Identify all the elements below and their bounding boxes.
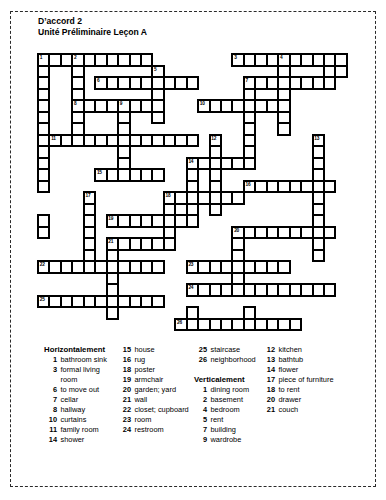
grid-cell[interactable]: 4 bbox=[278, 54, 289, 66]
blocked-cell bbox=[255, 169, 266, 181]
grid-cell[interactable] bbox=[198, 284, 209, 296]
grid-cell[interactable] bbox=[38, 181, 49, 193]
grid-cell[interactable]: 8 bbox=[72, 100, 83, 112]
grid-cell[interactable] bbox=[198, 192, 209, 204]
clue-item: 17piece of furniture bbox=[262, 375, 336, 385]
grid-cell[interactable] bbox=[130, 77, 141, 89]
blocked-cell bbox=[130, 66, 141, 78]
grid-cell[interactable] bbox=[141, 135, 152, 147]
blocked-cell bbox=[187, 89, 198, 101]
grid-cell[interactable] bbox=[61, 261, 72, 273]
blocked-cell bbox=[49, 66, 60, 78]
grid-cell[interactable] bbox=[107, 296, 118, 308]
grid-cell[interactable] bbox=[118, 215, 129, 227]
grid-cell[interactable]: 14 bbox=[187, 158, 198, 170]
clue-item: 14shower bbox=[44, 435, 118, 445]
grid-cell[interactable] bbox=[187, 307, 198, 319]
grid-cell[interactable] bbox=[130, 135, 141, 147]
grid-cell[interactable] bbox=[141, 169, 152, 181]
grid-cell[interactable] bbox=[38, 227, 49, 239]
grid-cell[interactable]: 20 bbox=[232, 227, 243, 239]
grid-cell[interactable] bbox=[278, 100, 289, 112]
grid-cell[interactable] bbox=[152, 238, 163, 250]
blocked-cell bbox=[49, 227, 60, 239]
grid-cell[interactable] bbox=[130, 100, 141, 112]
clue-item-text: basement bbox=[211, 395, 261, 405]
grid-cell[interactable] bbox=[141, 296, 152, 308]
grid-cell[interactable] bbox=[210, 100, 221, 112]
grid-cell[interactable] bbox=[267, 284, 278, 296]
grid-cell[interactable] bbox=[255, 181, 266, 193]
grid-cell[interactable]: 12 bbox=[210, 135, 221, 147]
grid-cell[interactable] bbox=[141, 54, 152, 66]
grid-cell[interactable] bbox=[130, 169, 141, 181]
grid-cell[interactable]: 26 bbox=[175, 319, 186, 331]
grid-cell[interactable] bbox=[175, 192, 186, 204]
grid-cell[interactable] bbox=[232, 192, 243, 204]
grid-cell[interactable] bbox=[244, 135, 255, 147]
grid-cell[interactable] bbox=[164, 227, 175, 239]
blocked-cell bbox=[107, 89, 118, 101]
blocked-cell bbox=[335, 123, 346, 135]
grid-cell[interactable] bbox=[244, 123, 255, 135]
grid-cell[interactable] bbox=[313, 204, 324, 216]
blocked-cell bbox=[72, 227, 83, 239]
grid-cell[interactable]: 18 bbox=[164, 192, 175, 204]
grid-cell[interactable] bbox=[324, 77, 335, 89]
blocked-cell bbox=[255, 192, 266, 204]
grid-cell[interactable] bbox=[84, 227, 95, 239]
blocked-cell bbox=[84, 169, 95, 181]
grid-cell[interactable] bbox=[72, 296, 83, 308]
grid-cell[interactable] bbox=[324, 227, 335, 239]
grid-cell[interactable] bbox=[187, 77, 198, 89]
grid-cell[interactable] bbox=[267, 181, 278, 193]
grid-cell[interactable]: 2 bbox=[72, 54, 83, 66]
blocked-cell bbox=[141, 123, 152, 135]
grid-cell[interactable] bbox=[290, 227, 301, 239]
grid-cell[interactable] bbox=[72, 77, 83, 89]
blocked-cell bbox=[335, 284, 346, 296]
blocked-cell bbox=[84, 273, 95, 285]
grid-cell[interactable] bbox=[107, 135, 118, 147]
grid-cell[interactable] bbox=[38, 158, 49, 170]
grid-cell[interactable] bbox=[38, 112, 49, 124]
blocked-cell bbox=[72, 158, 83, 170]
grid-cell[interactable] bbox=[313, 227, 324, 239]
grid-cell[interactable] bbox=[255, 284, 266, 296]
grid-cell[interactable] bbox=[118, 146, 129, 158]
grid-cell[interactable] bbox=[130, 54, 141, 66]
grid-cell[interactable] bbox=[164, 204, 175, 216]
grid-cell[interactable] bbox=[313, 158, 324, 170]
grid-cell[interactable]: 23 bbox=[187, 261, 198, 273]
grid-cell[interactable] bbox=[175, 77, 186, 89]
grid-cell[interactable] bbox=[61, 135, 72, 147]
grid-cell[interactable] bbox=[210, 181, 221, 193]
grid-cell[interactable] bbox=[290, 181, 301, 193]
grid-cell[interactable] bbox=[210, 192, 221, 204]
grid-cell[interactable] bbox=[118, 296, 129, 308]
grid-cell[interactable] bbox=[38, 146, 49, 158]
grid-cell[interactable] bbox=[255, 100, 266, 112]
grid-cell[interactable] bbox=[72, 66, 83, 78]
grid-cell[interactable] bbox=[84, 135, 95, 147]
blocked-cell bbox=[290, 238, 301, 250]
blocked-cell bbox=[290, 204, 301, 216]
blocked-cell bbox=[301, 100, 312, 112]
grid-cell[interactable] bbox=[49, 261, 60, 273]
grid-cell[interactable] bbox=[84, 261, 95, 273]
grid-cell[interactable] bbox=[187, 204, 198, 216]
grid-cell[interactable] bbox=[244, 319, 255, 331]
grid-cell[interactable] bbox=[38, 66, 49, 78]
grid-cell[interactable] bbox=[267, 261, 278, 273]
grid-cell[interactable] bbox=[255, 227, 266, 239]
blocked-cell bbox=[164, 284, 175, 296]
grid-cell[interactable] bbox=[130, 215, 141, 227]
grid-cell[interactable] bbox=[118, 261, 129, 273]
blocked-cell bbox=[61, 238, 72, 250]
grid-cell[interactable] bbox=[232, 100, 243, 112]
clue-item-number: 21 bbox=[262, 405, 275, 415]
grid-cell[interactable] bbox=[152, 261, 163, 273]
blocked-cell bbox=[49, 284, 60, 296]
grid-cell[interactable]: 21 bbox=[107, 238, 118, 250]
clue-item-text: kitchen bbox=[279, 345, 337, 355]
grid-cell[interactable] bbox=[232, 284, 243, 296]
grid-cell[interactable] bbox=[244, 227, 255, 239]
grid-cell[interactable] bbox=[38, 215, 49, 227]
grid-cell[interactable] bbox=[232, 273, 243, 285]
grid-cell[interactable] bbox=[187, 169, 198, 181]
grid-cell[interactable] bbox=[324, 181, 335, 193]
grid-cell[interactable] bbox=[72, 261, 83, 273]
grid-cell[interactable] bbox=[232, 158, 243, 170]
grid-cell[interactable] bbox=[313, 284, 324, 296]
grid-cell[interactable] bbox=[107, 169, 118, 181]
grid-cell[interactable] bbox=[313, 54, 324, 66]
grid-cell[interactable] bbox=[244, 100, 255, 112]
grid-cell[interactable]: 11 bbox=[49, 135, 60, 147]
grid-cell[interactable] bbox=[152, 135, 163, 147]
grid-cell[interactable] bbox=[313, 192, 324, 204]
blocked-cell bbox=[49, 146, 60, 158]
grid-cell[interactable] bbox=[95, 296, 106, 308]
grid-cell[interactable] bbox=[278, 89, 289, 101]
clue-item-number: 16 bbox=[118, 355, 131, 365]
grid-cell[interactable]: 5 bbox=[152, 66, 163, 78]
grid-cell[interactable] bbox=[267, 100, 278, 112]
grid-cell[interactable] bbox=[290, 284, 301, 296]
grid-cell[interactable] bbox=[107, 77, 118, 89]
grid-cell[interactable] bbox=[301, 54, 312, 66]
grid-cell[interactable] bbox=[118, 123, 129, 135]
grid-cell[interactable] bbox=[267, 319, 278, 331]
clue-item-text: closet; cupboard bbox=[135, 405, 191, 415]
grid-cell[interactable] bbox=[107, 261, 118, 273]
grid-cell[interactable] bbox=[278, 66, 289, 78]
blocked-cell bbox=[95, 158, 106, 170]
grid-cell[interactable] bbox=[118, 54, 129, 66]
grid-cell[interactable] bbox=[221, 284, 232, 296]
clue-item-number: 14 bbox=[44, 435, 57, 445]
grid-cell[interactable] bbox=[38, 123, 49, 135]
grid-cell[interactable] bbox=[232, 238, 243, 250]
grid-cell[interactable] bbox=[221, 192, 232, 204]
grid-cell[interactable]: 3 bbox=[232, 54, 243, 66]
blocked-cell bbox=[301, 169, 312, 181]
grid-cell[interactable]: 24 bbox=[187, 284, 198, 296]
grid-cell[interactable] bbox=[72, 112, 83, 124]
grid-cell[interactable] bbox=[141, 77, 152, 89]
grid-cell[interactable] bbox=[38, 100, 49, 112]
blocked-cell bbox=[61, 77, 72, 89]
grid-cell[interactable] bbox=[38, 135, 49, 147]
grid-cell[interactable] bbox=[72, 89, 83, 101]
grid-cell[interactable] bbox=[107, 307, 118, 319]
grid-cell[interactable]: 10 bbox=[198, 100, 209, 112]
grid-cell[interactable] bbox=[255, 54, 266, 66]
grid-cell[interactable] bbox=[61, 296, 72, 308]
grid-cell[interactable] bbox=[49, 296, 60, 308]
clue-number: 25 bbox=[40, 297, 45, 302]
grid-cell[interactable] bbox=[290, 54, 301, 66]
grid-cell[interactable] bbox=[210, 284, 221, 296]
grid-cell[interactable]: 9 bbox=[118, 100, 129, 112]
grid-cell[interactable] bbox=[84, 296, 95, 308]
grid-cell[interactable] bbox=[49, 54, 60, 66]
grid-cell[interactable] bbox=[255, 261, 266, 273]
blocked-cell bbox=[324, 261, 335, 273]
grid-cell[interactable] bbox=[84, 238, 95, 250]
grid-cell[interactable] bbox=[95, 261, 106, 273]
grid-cell[interactable]: 19 bbox=[107, 215, 118, 227]
grid-cell[interactable] bbox=[118, 169, 129, 181]
grid-cell[interactable] bbox=[221, 100, 232, 112]
grid-cell[interactable] bbox=[313, 215, 324, 227]
blocked-cell bbox=[290, 261, 301, 273]
grid-cell[interactable] bbox=[152, 89, 163, 101]
grid-cell[interactable] bbox=[301, 284, 312, 296]
grid-cell[interactable]: 16 bbox=[244, 181, 255, 193]
clue-item-text: cellar bbox=[61, 395, 119, 405]
blocked-cell bbox=[38, 192, 49, 204]
grid-cell[interactable] bbox=[267, 54, 278, 66]
grid-cell[interactable] bbox=[152, 100, 163, 112]
grid-cell[interactable] bbox=[267, 77, 278, 89]
grid-cell[interactable] bbox=[313, 169, 324, 181]
grid-cell[interactable] bbox=[210, 261, 221, 273]
grid-cell[interactable] bbox=[141, 238, 152, 250]
grid-cell[interactable] bbox=[141, 215, 152, 227]
grid-cell[interactable] bbox=[313, 146, 324, 158]
grid-cell[interactable] bbox=[278, 261, 289, 273]
grid-cell[interactable] bbox=[244, 261, 255, 273]
grid-cell[interactable] bbox=[244, 146, 255, 158]
grid-cell[interactable] bbox=[244, 158, 255, 170]
blocked-cell bbox=[278, 169, 289, 181]
grid-cell[interactable] bbox=[38, 89, 49, 101]
grid-cell[interactable] bbox=[107, 284, 118, 296]
grid-cell[interactable] bbox=[118, 77, 129, 89]
grid-cell[interactable] bbox=[164, 135, 175, 147]
grid-cell[interactable] bbox=[61, 54, 72, 66]
grid-cell[interactable] bbox=[164, 77, 175, 89]
blocked-cell bbox=[49, 307, 60, 319]
grid-cell[interactable] bbox=[290, 77, 301, 89]
grid-cell[interactable] bbox=[255, 77, 266, 89]
blocked-cell bbox=[244, 296, 255, 308]
grid-cell[interactable] bbox=[152, 169, 163, 181]
grid-cell[interactable] bbox=[84, 215, 95, 227]
grid-cell[interactable] bbox=[335, 66, 346, 78]
grid-cell[interactable] bbox=[72, 123, 83, 135]
grid-cell[interactable] bbox=[232, 319, 243, 331]
grid-cell[interactable] bbox=[107, 100, 118, 112]
grid-cell[interactable] bbox=[84, 250, 95, 262]
grid-cell[interactable] bbox=[107, 54, 118, 66]
blocked-cell bbox=[130, 158, 141, 170]
grid-cell[interactable] bbox=[198, 158, 209, 170]
blocked-cell bbox=[164, 319, 175, 331]
grid-cell[interactable] bbox=[118, 158, 129, 170]
grid-cell[interactable] bbox=[84, 100, 95, 112]
clue-item: 20garden; yard bbox=[118, 385, 190, 395]
grid-cell[interactable] bbox=[130, 238, 141, 250]
grid-cell[interactable] bbox=[313, 250, 324, 262]
grid-cell[interactable] bbox=[84, 204, 95, 216]
grid-cell[interactable] bbox=[313, 181, 324, 193]
grid-cell[interactable] bbox=[198, 261, 209, 273]
grid-cell[interactable] bbox=[221, 319, 232, 331]
grid-cell[interactable] bbox=[244, 54, 255, 66]
blocked-cell bbox=[61, 89, 72, 101]
blocked-cell bbox=[221, 227, 232, 239]
grid-cell[interactable] bbox=[244, 284, 255, 296]
grid-cell[interactable] bbox=[187, 135, 198, 147]
blocked-cell bbox=[221, 54, 232, 66]
grid-cell[interactable] bbox=[72, 135, 83, 147]
blocked-cell bbox=[152, 319, 163, 331]
blocked-cell bbox=[130, 250, 141, 262]
blocked-cell bbox=[152, 158, 163, 170]
grid-cell[interactable] bbox=[290, 319, 301, 331]
grid-cell[interactable] bbox=[278, 319, 289, 331]
grid-cell[interactable] bbox=[221, 261, 232, 273]
grid-cell[interactable] bbox=[107, 250, 118, 262]
grid-cell[interactable] bbox=[187, 215, 198, 227]
grid-cell[interactable] bbox=[84, 54, 95, 66]
grid-cell[interactable] bbox=[175, 215, 186, 227]
clue-number: 4 bbox=[280, 55, 282, 60]
clue-number: 10 bbox=[200, 101, 205, 106]
grid-cell[interactable] bbox=[118, 238, 129, 250]
grid-cell[interactable] bbox=[95, 135, 106, 147]
grid-cell[interactable] bbox=[232, 261, 243, 273]
grid-cell[interactable] bbox=[301, 181, 312, 193]
grid-cell[interactable] bbox=[164, 215, 175, 227]
blocked-cell bbox=[107, 123, 118, 135]
grid-cell[interactable] bbox=[255, 319, 266, 331]
grid-cell[interactable] bbox=[118, 112, 129, 124]
grid-cell[interactable] bbox=[244, 89, 255, 101]
grid-cell[interactable] bbox=[278, 112, 289, 124]
grid-cell[interactable] bbox=[335, 54, 346, 66]
grid-cell[interactable]: 17 bbox=[84, 192, 95, 204]
grid-cell[interactable] bbox=[198, 319, 209, 331]
grid-cell[interactable] bbox=[278, 181, 289, 193]
grid-cell[interactable] bbox=[313, 77, 324, 89]
blocked-cell bbox=[232, 181, 243, 193]
grid-cell[interactable] bbox=[244, 112, 255, 124]
grid-cell[interactable] bbox=[244, 307, 255, 319]
grid-cell[interactable]: 13 bbox=[313, 135, 324, 147]
grid-cell[interactable] bbox=[278, 227, 289, 239]
grid-cell[interactable] bbox=[278, 123, 289, 135]
grid-cell[interactable] bbox=[130, 296, 141, 308]
grid-cell[interactable] bbox=[95, 54, 106, 66]
grid-cell[interactable]: 22 bbox=[38, 261, 49, 273]
grid-cell[interactable] bbox=[313, 238, 324, 250]
grid-cell[interactable] bbox=[95, 100, 106, 112]
blocked-cell bbox=[290, 123, 301, 135]
grid-cell[interactable]: 15 bbox=[95, 169, 106, 181]
grid-cell[interactable] bbox=[301, 227, 312, 239]
grid-cell[interactable]: 1 bbox=[38, 54, 49, 66]
grid-cell[interactable] bbox=[187, 181, 198, 193]
grid-cell[interactable] bbox=[324, 284, 335, 296]
grid-cell[interactable] bbox=[38, 169, 49, 181]
grid-cell[interactable] bbox=[141, 100, 152, 112]
grid-cell[interactable]: 25 bbox=[38, 296, 49, 308]
grid-cell[interactable] bbox=[301, 77, 312, 89]
blocked-cell bbox=[175, 227, 186, 239]
grid-cell[interactable] bbox=[210, 158, 221, 170]
grid-cell[interactable] bbox=[118, 135, 129, 147]
grid-cell[interactable]: 7 bbox=[244, 77, 255, 89]
grid-cell[interactable] bbox=[324, 54, 335, 66]
grid-cell[interactable] bbox=[141, 261, 152, 273]
grid-cell[interactable] bbox=[210, 204, 221, 216]
grid-cell[interactable] bbox=[175, 135, 186, 147]
blocked-cell bbox=[152, 192, 163, 204]
blocked-cell bbox=[141, 181, 152, 193]
grid-cell[interactable] bbox=[130, 261, 141, 273]
grid-cell[interactable] bbox=[152, 77, 163, 89]
grid-cell[interactable] bbox=[221, 158, 232, 170]
grid-cell[interactable] bbox=[107, 273, 118, 285]
grid-cell[interactable] bbox=[152, 296, 163, 308]
blocked-cell bbox=[313, 123, 324, 135]
grid-cell[interactable] bbox=[164, 238, 175, 250]
blocked-cell bbox=[164, 169, 175, 181]
grid-cell[interactable] bbox=[278, 77, 289, 89]
grid-cell[interactable] bbox=[187, 192, 198, 204]
grid-cell[interactable]: 6 bbox=[95, 77, 106, 89]
grid-cell[interactable] bbox=[210, 146, 221, 158]
grid-cell[interactable] bbox=[210, 319, 221, 331]
grid-cell[interactable] bbox=[152, 215, 163, 227]
grid-cell[interactable] bbox=[324, 66, 335, 78]
grid-cell[interactable] bbox=[187, 319, 198, 331]
grid-cell[interactable] bbox=[152, 112, 163, 124]
grid-cell[interactable] bbox=[210, 169, 221, 181]
grid-cell[interactable] bbox=[278, 284, 289, 296]
grid-cell[interactable] bbox=[38, 77, 49, 89]
grid-cell[interactable] bbox=[232, 250, 243, 262]
grid-cell[interactable] bbox=[267, 227, 278, 239]
